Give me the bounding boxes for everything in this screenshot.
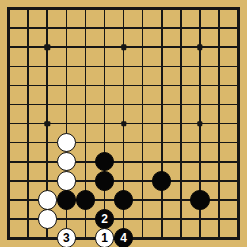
black-stone <box>114 190 133 209</box>
go-board-diagram: 2314 <box>0 0 247 247</box>
board-intersection <box>95 152 114 171</box>
black-stone <box>152 171 171 190</box>
white-stone <box>57 152 76 171</box>
black-stone <box>76 190 95 209</box>
white-stone-move-1: 1 <box>95 228 114 247</box>
white-stone-move-3: 3 <box>57 228 76 247</box>
board-intersection: 3 <box>57 229 76 247</box>
go-board: 2314 <box>0 0 247 247</box>
black-stone-move-4: 4 <box>114 228 133 247</box>
board-intersection <box>57 171 76 190</box>
board-intersection <box>57 190 76 209</box>
board-intersection: 2 <box>95 209 114 228</box>
white-stone <box>57 133 76 152</box>
black-stone-move-2: 2 <box>95 209 114 228</box>
board-intersection <box>152 171 171 190</box>
board-intersection <box>114 190 133 209</box>
board-intersection: 4 <box>114 229 133 247</box>
board-intersection <box>95 171 114 190</box>
white-stone <box>57 171 76 190</box>
white-stone <box>38 190 57 209</box>
board-intersection <box>76 190 95 209</box>
board-intersection <box>57 133 76 152</box>
black-stone <box>190 190 209 209</box>
stone-layer: 2314 <box>0 0 247 247</box>
board-intersection <box>190 190 209 209</box>
white-stone <box>38 209 57 228</box>
black-stone <box>95 171 114 190</box>
board-intersection <box>57 152 76 171</box>
board-intersection: 1 <box>95 229 114 247</box>
black-stone <box>95 152 114 171</box>
board-intersection <box>38 190 57 209</box>
board-intersection <box>38 209 57 228</box>
black-stone <box>57 190 76 209</box>
